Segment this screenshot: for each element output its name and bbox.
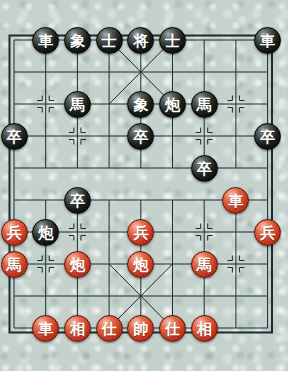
- red-advisor-d1[interactable]: 仕: [96, 315, 123, 342]
- piece-glyph: 車: [38, 33, 53, 48]
- red-advisor-f1[interactable]: 仕: [159, 315, 186, 342]
- black-elephant-e8[interactable]: 象: [127, 91, 154, 118]
- piece-glyph: 兵: [133, 225, 148, 240]
- red-horse-a3[interactable]: 馬: [1, 251, 28, 278]
- black-horse-c8[interactable]: 馬: [64, 91, 91, 118]
- piece-glyph: 炮: [38, 225, 53, 240]
- black-soldier-i7[interactable]: 卒: [254, 123, 281, 150]
- piece-glyph: 卒: [70, 193, 85, 208]
- red-soldier-a4[interactable]: 兵: [1, 219, 28, 246]
- piece-glyph: 象: [133, 97, 148, 112]
- xiangqi-app: 車象士将士車馬象炮馬卒卒卒卒卒炮車兵兵兵馬炮炮馬車相仕帥仕相: [0, 0, 288, 371]
- red-chariot-h5[interactable]: 車: [222, 187, 249, 214]
- piece-glyph: 車: [228, 193, 243, 208]
- piece-glyph: 仕: [165, 321, 180, 336]
- red-general-e1[interactable]: 帥: [127, 315, 154, 342]
- piece-glyph: 士: [165, 33, 180, 48]
- piece-glyph: 炮: [165, 97, 180, 112]
- piece-glyph: 車: [38, 321, 53, 336]
- black-advisor-d10[interactable]: 士: [96, 27, 123, 54]
- pieces-layer: 車象士将士車馬象炮馬卒卒卒卒卒炮車兵兵兵馬炮炮馬車相仕帥仕相: [0, 24, 283, 344]
- piece-glyph: 卒: [197, 161, 212, 176]
- piece-glyph: 馬: [197, 257, 212, 272]
- black-chariot-i10[interactable]: 車: [254, 27, 281, 54]
- red-horse-g3[interactable]: 馬: [191, 251, 218, 278]
- piece-glyph: 象: [70, 33, 85, 48]
- piece-glyph: 炮: [133, 257, 148, 272]
- black-advisor-f10[interactable]: 士: [159, 27, 186, 54]
- piece-glyph: 卒: [7, 129, 22, 144]
- red-elephant-g1[interactable]: 相: [191, 315, 218, 342]
- piece-glyph: 相: [70, 321, 85, 336]
- piece-glyph: 馬: [7, 257, 22, 272]
- piece-glyph: 将: [133, 33, 148, 48]
- piece-glyph: 卒: [133, 129, 148, 144]
- piece-glyph: 卒: [260, 129, 275, 144]
- red-soldier-e4[interactable]: 兵: [127, 219, 154, 246]
- piece-glyph: 炮: [70, 257, 85, 272]
- piece-glyph: 車: [260, 33, 275, 48]
- piece-glyph: 兵: [260, 225, 275, 240]
- black-soldier-c5[interactable]: 卒: [64, 187, 91, 214]
- piece-glyph: 馬: [70, 97, 85, 112]
- black-soldier-a7[interactable]: 卒: [1, 123, 28, 150]
- piece-glyph: 仕: [102, 321, 117, 336]
- red-cannon-c3[interactable]: 炮: [64, 251, 91, 278]
- black-general-e10[interactable]: 将: [127, 27, 154, 54]
- piece-glyph: 馬: [197, 97, 212, 112]
- red-cannon-e3[interactable]: 炮: [127, 251, 154, 278]
- piece-glyph: 兵: [7, 225, 22, 240]
- black-horse-g8[interactable]: 馬: [191, 91, 218, 118]
- piece-glyph: 帥: [133, 321, 148, 336]
- red-soldier-i4[interactable]: 兵: [254, 219, 281, 246]
- black-elephant-c10[interactable]: 象: [64, 27, 91, 54]
- black-cannon-f8[interactable]: 炮: [159, 91, 186, 118]
- black-soldier-g6[interactable]: 卒: [191, 155, 218, 182]
- red-elephant-c1[interactable]: 相: [64, 315, 91, 342]
- black-chariot-b10[interactable]: 車: [32, 27, 59, 54]
- piece-glyph: 士: [102, 33, 117, 48]
- black-soldier-e7[interactable]: 卒: [127, 123, 154, 150]
- red-chariot-b1[interactable]: 車: [32, 315, 59, 342]
- black-cannon-b4[interactable]: 炮: [32, 219, 59, 246]
- piece-glyph: 相: [197, 321, 212, 336]
